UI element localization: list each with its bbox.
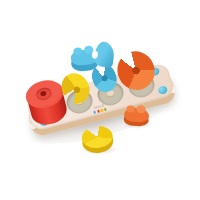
logo-dot-yellow xyxy=(100,109,103,112)
logo-dot-blue xyxy=(93,111,96,114)
corner-peg-bottom-right xyxy=(157,85,168,95)
piece-blue-standing-loose xyxy=(93,41,115,68)
piece-orange-loose xyxy=(123,106,149,128)
product-photo: janod xyxy=(0,0,200,200)
piece-orange-loose-top xyxy=(124,107,150,123)
piece-yellow-loose xyxy=(81,124,115,154)
brand-logo: janod xyxy=(92,104,106,114)
logo-dot-green xyxy=(104,108,107,111)
logo-dot-red xyxy=(97,110,100,113)
